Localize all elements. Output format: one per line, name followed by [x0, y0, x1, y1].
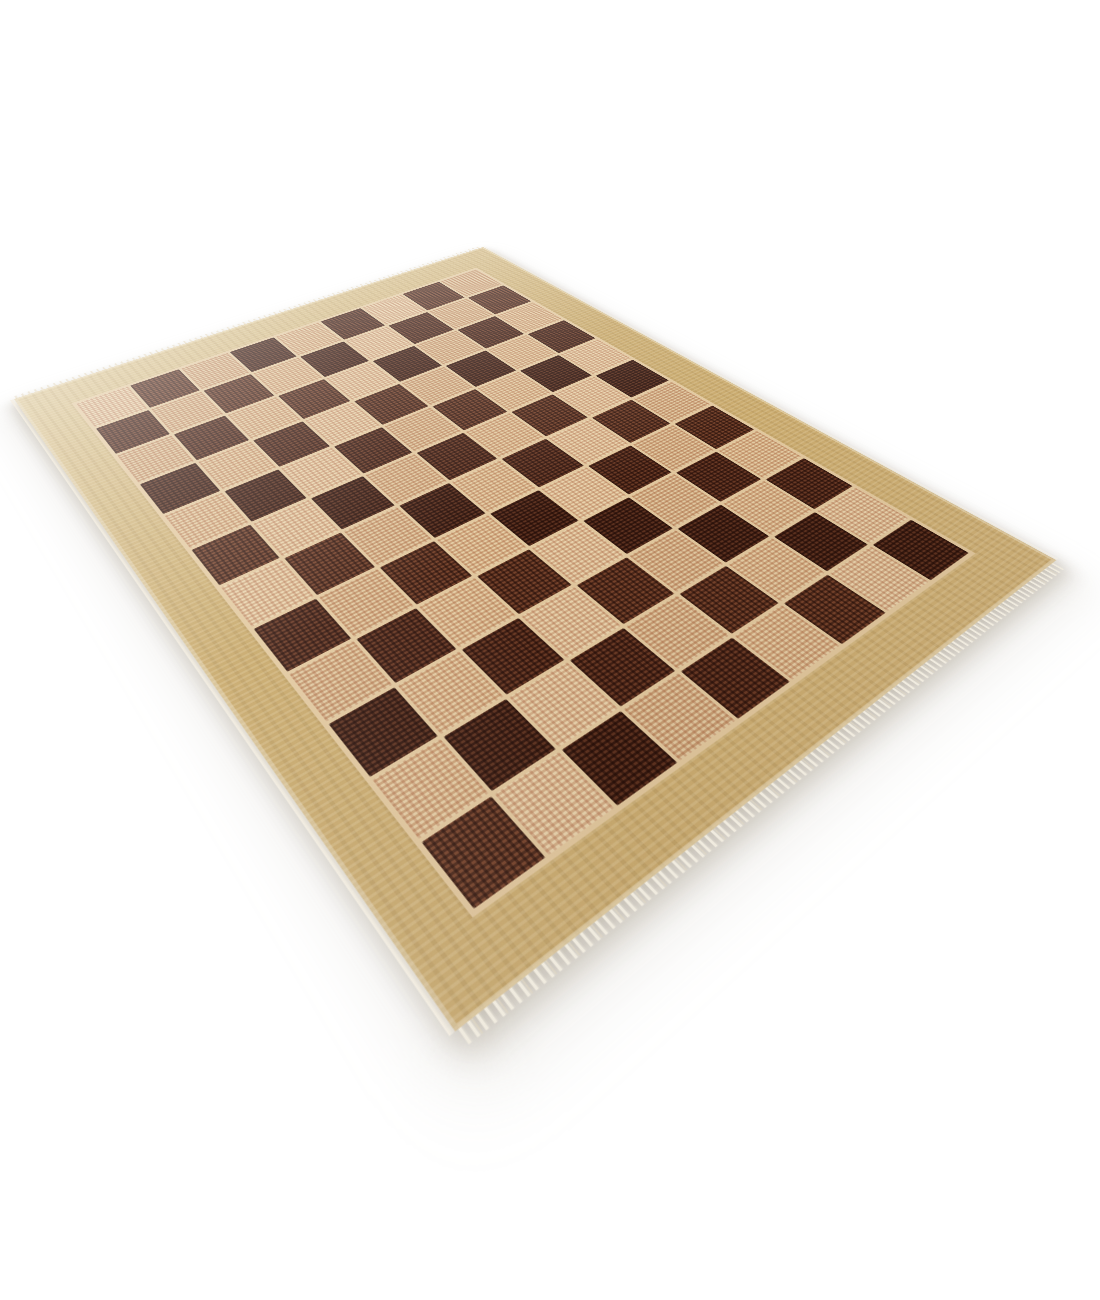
rug: [14, 247, 1056, 1031]
checkerboard: [72, 268, 976, 918]
rug-border: [14, 247, 1056, 1031]
product-photo-scene: [0, 0, 1100, 1300]
